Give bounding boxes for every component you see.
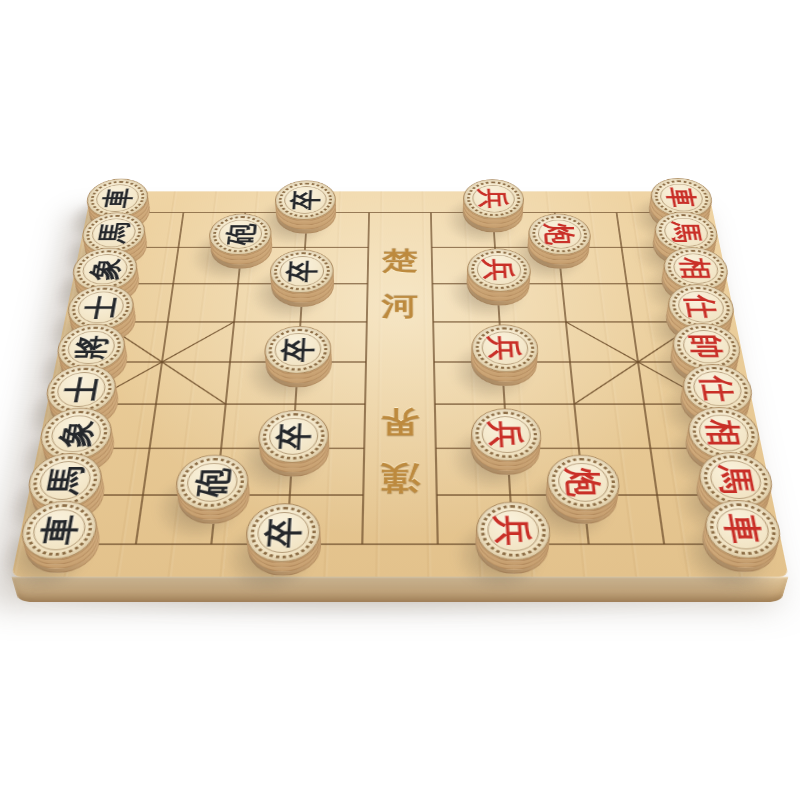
piece-black-soldier[interactable]: 卒 [262,342,333,383]
piece-cylinder: 車 [698,514,782,572]
piece-cylinder: 卒 [258,424,331,477]
piece-cylinder: 卒 [264,340,333,388]
piece-glyph: 仕 [698,376,738,402]
piece-glyph: 馬 [96,222,132,243]
piece-black-chariot[interactable]: 車 [17,519,102,570]
xiangqi-board[interactable]: 楚 河 界 漢 車馬象士將士象馬車砲砲卒卒卒卒卒兵兵兵兵兵炮炮車馬相仕帥仕相馬車 [11,191,788,576]
piece-red-cannon[interactable]: 炮 [545,471,623,519]
piece-cylinder: 卒 [275,194,338,233]
piece-cylinder: 兵 [469,422,542,475]
piece-glyph: 兵 [487,421,525,448]
piece-cylinder: 炮 [526,228,592,269]
piece-glyph: 士 [61,377,101,403]
piece-cylinder: 車 [20,515,104,574]
piece-glyph: 帥 [687,334,726,358]
piece-red-cannon[interactable]: 炮 [525,230,592,266]
piece-cylinder: 砲 [175,469,252,525]
piece-grid: 車馬象士將士象馬車砲砲卒卒卒卒卒兵兵兵兵兵炮炮車馬相仕帥仕相馬車 [11,191,788,576]
piece-glyph: 馬 [715,465,757,494]
piece-glyph: 象 [55,420,96,447]
piece-glyph: 卒 [289,190,322,210]
piece-glyph: 仕 [682,295,720,318]
piece-glyph: 馬 [668,222,704,243]
piece-glyph: 兵 [477,189,509,209]
piece-glyph: 象 [87,258,124,280]
piece-red-soldier[interactable]: 兵 [467,342,538,383]
piece-cylinder: 卒 [245,517,322,576]
piece-cylinder: 兵 [466,262,532,305]
piece-glyph: 炮 [563,468,603,497]
piece-glyph: 車 [100,188,135,208]
piece-black-soldier[interactable]: 卒 [247,519,326,570]
piece-glyph: 士 [82,296,120,319]
piece-glyph: 砲 [192,468,232,497]
piece-red-soldier[interactable]: 兵 [471,426,545,471]
piece-glyph: 兵 [493,516,533,546]
photo-stage: 楚 河 界 漢 車馬象士將士象馬車砲砲卒卒卒卒卒兵兵兵兵兵炮炮車馬相仕帥仕相馬車 [0,0,800,800]
piece-glyph: 將 [72,335,111,359]
piece-cylinder: 砲 [208,228,274,269]
piece-glyph: 車 [721,514,765,544]
piece-glyph: 卒 [263,517,303,547]
piece-glyph: 兵 [482,259,516,281]
piece-glyph: 卒 [280,337,316,362]
piece-red-soldier[interactable]: 兵 [464,265,531,302]
piece-cylinder: 兵 [462,193,524,232]
piece-black-soldier[interactable]: 卒 [255,426,329,471]
piece-glyph: 砲 [223,223,257,244]
piece-face: 兵 [462,179,525,218]
piece-cylinder: 炮 [544,469,621,525]
perspective-scene: 楚 河 界 漢 車馬象士將士象馬車砲砲卒卒卒卒卒兵兵兵兵兵炮炮車馬相仕帥仕相馬車 [0,0,800,800]
piece-cylinder: 卒 [269,264,335,307]
piece-glyph: 卒 [275,423,313,450]
piece-black-cannon[interactable]: 砲 [208,230,275,266]
piece-black-soldier[interactable]: 卒 [275,196,339,230]
piece-glyph: 兵 [487,336,523,361]
piece-red-soldier[interactable]: 兵 [461,196,525,230]
piece-glyph: 馬 [44,466,86,495]
board-front-edge [11,577,788,602]
piece-red-soldier[interactable]: 兵 [474,519,553,570]
piece-red-chariot[interactable]: 車 [698,519,783,570]
piece-glyph: 炮 [543,223,577,244]
piece-glyph: 車 [664,187,699,207]
piece-glyph: 相 [703,419,744,446]
piece-cylinder: 兵 [474,515,551,574]
piece-glyph: 卒 [285,260,319,282]
piece-glyph: 相 [677,257,714,279]
piece-black-cannon[interactable]: 砲 [177,471,255,519]
piece-glyph: 車 [37,515,81,545]
piece-cylinder: 兵 [470,339,539,387]
piece-black-soldier[interactable]: 卒 [269,265,336,302]
